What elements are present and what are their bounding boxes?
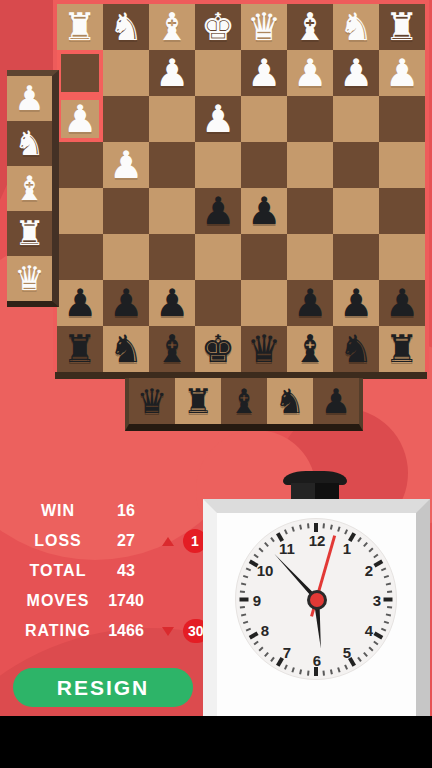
piece-black: ♞ bbox=[103, 326, 149, 372]
square-g6[interactable] bbox=[103, 234, 149, 280]
clock-tick bbox=[373, 553, 378, 558]
piece-black: ♟ bbox=[287, 280, 333, 326]
piece-white: ♟ bbox=[195, 96, 241, 142]
piece-white: ♚ bbox=[195, 4, 241, 50]
clock-tick bbox=[254, 640, 259, 645]
piece-black: ♟ bbox=[241, 188, 287, 234]
clock-tick bbox=[299, 669, 302, 674]
piece-white: ♟ bbox=[7, 76, 52, 121]
chess-clock-face: 123456789101112 bbox=[235, 518, 397, 680]
clock-number: 9 bbox=[253, 592, 261, 609]
square-h4[interactable] bbox=[57, 142, 103, 188]
clock-tick bbox=[330, 669, 333, 674]
clock-tick bbox=[241, 582, 246, 585]
square-f3[interactable] bbox=[149, 96, 195, 142]
clock-number: 3 bbox=[373, 592, 381, 609]
square-a3[interactable] bbox=[379, 96, 425, 142]
square-d4[interactable] bbox=[241, 142, 287, 188]
clock-tick bbox=[387, 605, 392, 608]
square-b4[interactable] bbox=[333, 142, 379, 188]
square-c2[interactable]: ♟ bbox=[287, 50, 333, 96]
stat-label: RATING bbox=[16, 622, 100, 640]
square-a2[interactable]: ♟ bbox=[379, 50, 425, 96]
stat-label: LOSS bbox=[16, 532, 100, 550]
square-h6[interactable] bbox=[57, 234, 103, 280]
clock-tick bbox=[314, 523, 318, 532]
clock-tick bbox=[246, 567, 251, 571]
clock-tick bbox=[337, 526, 340, 531]
square-g8[interactable]: ♞ bbox=[103, 326, 149, 372]
piece-black: ♟ bbox=[379, 280, 425, 326]
clock-tick bbox=[357, 537, 362, 542]
piece-black: ♟ bbox=[57, 280, 103, 326]
square-g7[interactable]: ♟ bbox=[103, 280, 149, 326]
clock-tick bbox=[307, 670, 310, 675]
piece-white: ♟ bbox=[241, 50, 287, 96]
clock-tick bbox=[249, 631, 259, 639]
square-e3[interactable]: ♟ bbox=[195, 96, 241, 142]
piece-white: ♟ bbox=[379, 50, 425, 96]
piece-black: ♝ bbox=[149, 326, 195, 372]
clock-tick bbox=[291, 526, 294, 531]
clock-tick bbox=[258, 547, 263, 552]
square-g1[interactable]: ♞ bbox=[103, 4, 149, 50]
black-piece-tray: ♛♜♝♞♟ bbox=[125, 378, 363, 431]
clock-number: 8 bbox=[261, 622, 269, 639]
square-g3[interactable] bbox=[103, 96, 149, 142]
clock-number: 11 bbox=[279, 540, 295, 557]
piece-black: ♛ bbox=[241, 326, 287, 372]
clock-tick bbox=[384, 574, 389, 577]
clock-tick bbox=[258, 646, 263, 651]
chess-app-screen: ♜♞♝♚♛♝♞♜♟♟♟♟♟♟♟♟♟♟♟♟♟♟♟♟♜♞♝♚♛♝♞♜ ♟♞♝♜♛ ♛… bbox=[0, 0, 432, 768]
square-b1[interactable]: ♞ bbox=[333, 4, 379, 50]
square-b6[interactable] bbox=[333, 234, 379, 280]
square-b3[interactable] bbox=[333, 96, 379, 142]
square-a4[interactable] bbox=[379, 142, 425, 188]
square-c6[interactable] bbox=[287, 234, 333, 280]
clock-tick bbox=[368, 646, 373, 651]
piece-white: ♞ bbox=[7, 121, 52, 166]
square-e1[interactable]: ♚ bbox=[195, 4, 241, 50]
square-d3[interactable] bbox=[241, 96, 287, 142]
tray-cell: ♝ bbox=[221, 378, 267, 424]
square-a6[interactable] bbox=[379, 234, 425, 280]
clock-tick bbox=[381, 627, 386, 631]
stat-value: 43 bbox=[100, 562, 152, 580]
clock-tick bbox=[373, 640, 378, 645]
square-f6[interactable] bbox=[149, 234, 195, 280]
square-f5[interactable] bbox=[149, 188, 195, 234]
square-f8[interactable]: ♝ bbox=[149, 326, 195, 372]
clock-number: 7 bbox=[283, 643, 291, 660]
square-e8[interactable]: ♚ bbox=[195, 326, 241, 372]
stat-value: 1466 bbox=[100, 622, 152, 640]
piece-black: ♟ bbox=[333, 280, 379, 326]
clock-number: 6 bbox=[313, 652, 321, 669]
square-a7[interactable]: ♟ bbox=[379, 280, 425, 326]
clock-tick bbox=[344, 664, 348, 669]
clock-tick bbox=[381, 567, 386, 571]
clock-tick bbox=[243, 574, 248, 577]
clock-tick bbox=[384, 597, 393, 601]
square-e7[interactable] bbox=[195, 280, 241, 326]
clock-tick bbox=[386, 582, 391, 585]
clock-tick bbox=[291, 667, 294, 672]
clock-tick bbox=[363, 541, 368, 546]
tray-cell: ♜ bbox=[175, 378, 221, 424]
square-d8[interactable]: ♛ bbox=[241, 326, 287, 372]
square-b2[interactable]: ♟ bbox=[333, 50, 379, 96]
stat-label: TOTAL bbox=[16, 562, 100, 580]
clock-number: 4 bbox=[365, 622, 373, 639]
clock-tick bbox=[368, 547, 373, 552]
clock-tick bbox=[241, 613, 246, 616]
square-c3[interactable] bbox=[287, 96, 333, 142]
square-h3[interactable]: ♟ bbox=[57, 96, 103, 142]
clock-tick bbox=[270, 537, 275, 542]
clock-tick bbox=[240, 605, 245, 608]
resign-button[interactable]: RESIGN bbox=[13, 668, 193, 707]
square-c5[interactable] bbox=[287, 188, 333, 234]
piece-white: ♟ bbox=[103, 142, 149, 188]
square-e5[interactable]: ♟ bbox=[195, 188, 241, 234]
square-d2[interactable]: ♟ bbox=[241, 50, 287, 96]
clock-tick bbox=[373, 559, 383, 567]
square-h8[interactable]: ♜ bbox=[57, 326, 103, 372]
white-piece-tray: ♟♞♝♜♛ bbox=[7, 70, 59, 307]
chess-board: ♜♞♝♚♛♝♞♜♟♟♟♟♟♟♟♟♟♟♟♟♟♟♟♟♜♞♝♚♛♝♞♜ bbox=[53, 0, 429, 372]
clock-tick bbox=[384, 620, 389, 623]
piece-white: ♟ bbox=[333, 50, 379, 96]
square-d1[interactable]: ♛ bbox=[241, 4, 287, 50]
clock-tick bbox=[240, 590, 245, 593]
square-g5[interactable] bbox=[103, 188, 149, 234]
square-f4[interactable] bbox=[149, 142, 195, 188]
square-f1[interactable]: ♝ bbox=[149, 4, 195, 50]
piece-white: ♞ bbox=[333, 4, 379, 50]
piece-black: ♟ bbox=[103, 280, 149, 326]
square-b7[interactable]: ♟ bbox=[333, 280, 379, 326]
square-f2[interactable]: ♟ bbox=[149, 50, 195, 96]
piece-black: ♝ bbox=[221, 378, 267, 424]
tray-cell: ♛ bbox=[129, 378, 175, 424]
clock-tick bbox=[299, 524, 302, 529]
square-h2[interactable] bbox=[57, 50, 103, 96]
tray-cell: ♝ bbox=[7, 166, 52, 211]
clock-number: 1 bbox=[343, 540, 351, 557]
stat-row-moves: MOVES1740 bbox=[16, 586, 209, 616]
stat-value: 27 bbox=[100, 532, 152, 550]
square-h5[interactable] bbox=[57, 188, 103, 234]
clock-tick bbox=[243, 620, 248, 623]
square-c7[interactable]: ♟ bbox=[287, 280, 333, 326]
piece-white: ♟ bbox=[57, 96, 103, 142]
square-c4[interactable] bbox=[287, 142, 333, 188]
piece-black: ♞ bbox=[267, 378, 313, 424]
clock-center-cap bbox=[307, 590, 327, 610]
piece-white: ♝ bbox=[7, 166, 52, 211]
stat-label: WIN bbox=[16, 502, 100, 520]
clock-tick bbox=[254, 553, 259, 558]
stat-row-win: WIN16 bbox=[16, 496, 209, 526]
clock-tick bbox=[387, 590, 392, 593]
square-a5[interactable] bbox=[379, 188, 425, 234]
square-b5[interactable] bbox=[333, 188, 379, 234]
piece-white: ♜ bbox=[57, 4, 103, 50]
clock-number: 2 bbox=[365, 562, 373, 579]
clock-tick bbox=[284, 529, 288, 534]
square-h1[interactable]: ♜ bbox=[57, 4, 103, 50]
piece-black: ♜ bbox=[379, 326, 425, 372]
piece-white: ♝ bbox=[287, 4, 333, 50]
square-d6[interactable] bbox=[241, 234, 287, 280]
tray-cell: ♟ bbox=[313, 378, 359, 424]
clock-tick bbox=[322, 670, 325, 675]
stat-label: MOVES bbox=[16, 592, 100, 610]
piece-white: ♟ bbox=[287, 50, 333, 96]
piece-black: ♟ bbox=[149, 280, 195, 326]
stats-panel: WIN16LOSS271TOTAL43MOVES1740RATING146630 bbox=[16, 496, 209, 646]
clock-tick bbox=[284, 664, 288, 669]
clock-number: 12 bbox=[309, 532, 326, 549]
clock-tick bbox=[330, 524, 333, 529]
tray-cell: ♞ bbox=[267, 378, 313, 424]
trend-down-icon bbox=[162, 627, 174, 636]
clock-tick bbox=[264, 651, 269, 656]
square-g2[interactable] bbox=[103, 50, 149, 96]
clock-number: 5 bbox=[343, 643, 351, 660]
piece-white: ♟ bbox=[149, 50, 195, 96]
square-g4[interactable]: ♟ bbox=[103, 142, 149, 188]
clock-tick bbox=[373, 631, 383, 639]
bottom-system-bar bbox=[0, 716, 432, 768]
piece-black: ♟ bbox=[195, 188, 241, 234]
piece-black: ♝ bbox=[287, 326, 333, 372]
piece-black: ♜ bbox=[175, 378, 221, 424]
square-h7[interactable]: ♟ bbox=[57, 280, 103, 326]
clock-tick bbox=[386, 613, 391, 616]
stat-row-total: TOTAL43 bbox=[16, 556, 209, 586]
stat-row-loss: LOSS271 bbox=[16, 526, 209, 556]
piece-black: ♞ bbox=[333, 326, 379, 372]
tray-cell: ♜ bbox=[7, 211, 52, 256]
piece-white: ♜ bbox=[7, 211, 52, 256]
clock-tick bbox=[337, 667, 340, 672]
clock-tick bbox=[270, 656, 275, 661]
piece-black: ♟ bbox=[313, 378, 359, 424]
piece-black: ♛ bbox=[129, 378, 175, 424]
square-e6[interactable] bbox=[195, 234, 241, 280]
square-c8[interactable]: ♝ bbox=[287, 326, 333, 372]
clock-tick bbox=[246, 627, 251, 631]
clock-number: 10 bbox=[257, 562, 274, 579]
piece-white: ♜ bbox=[379, 4, 425, 50]
piece-black: ♜ bbox=[57, 326, 103, 372]
clock-tick bbox=[363, 651, 368, 656]
clock-tick bbox=[240, 597, 249, 601]
piece-black: ♚ bbox=[195, 326, 241, 372]
square-e2[interactable] bbox=[195, 50, 241, 96]
clock-tick bbox=[344, 529, 348, 534]
piece-white: ♛ bbox=[241, 4, 287, 50]
square-a8[interactable]: ♜ bbox=[379, 326, 425, 372]
square-c1[interactable]: ♝ bbox=[287, 4, 333, 50]
piece-white: ♛ bbox=[7, 256, 52, 301]
square-e4[interactable] bbox=[195, 142, 241, 188]
tray-cell: ♞ bbox=[7, 121, 52, 166]
square-a1[interactable]: ♜ bbox=[379, 4, 425, 50]
square-f7[interactable]: ♟ bbox=[149, 280, 195, 326]
piece-white: ♝ bbox=[149, 4, 195, 50]
clock-tick bbox=[307, 523, 310, 528]
stat-value: 16 bbox=[100, 502, 152, 520]
tray-cell: ♟ bbox=[7, 76, 52, 121]
clock-tick bbox=[322, 523, 325, 528]
square-b8[interactable]: ♞ bbox=[333, 326, 379, 372]
piece-white: ♞ bbox=[103, 4, 149, 50]
stat-row-rating: RATING146630 bbox=[16, 616, 209, 646]
square-d7[interactable] bbox=[241, 280, 287, 326]
clock-tick bbox=[357, 656, 362, 661]
square-d5[interactable]: ♟ bbox=[241, 188, 287, 234]
clock-tick bbox=[264, 541, 269, 546]
trend-up-icon bbox=[162, 537, 174, 546]
tray-cell: ♛ bbox=[7, 256, 52, 301]
stat-value: 1740 bbox=[100, 592, 152, 610]
